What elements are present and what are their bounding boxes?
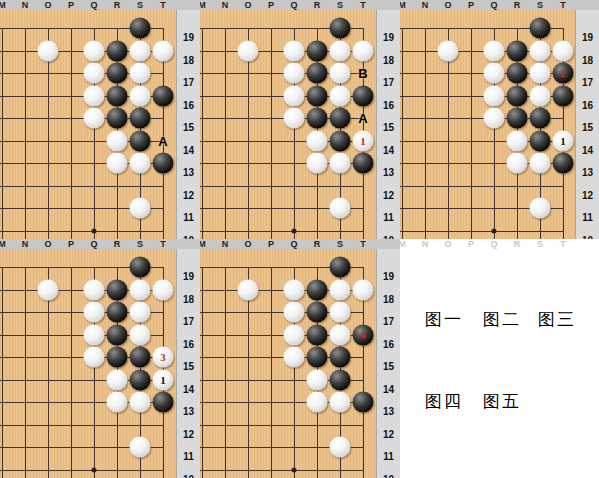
stone-white-S17 bbox=[330, 63, 351, 84]
row-label-18: 18 bbox=[177, 295, 200, 305]
row-label-16: 16 bbox=[377, 340, 400, 350]
ghost-col-label-T: T bbox=[560, 239, 566, 249]
stone-black-R15 bbox=[107, 347, 128, 368]
label-A-T15: A bbox=[358, 112, 367, 125]
grid-vline-M bbox=[202, 267, 203, 478]
grid-vline-P bbox=[71, 28, 72, 239]
stone-black-T16-move-4: 4 bbox=[353, 324, 374, 345]
col-label-S: S bbox=[137, 0, 143, 10]
stone-black-S15 bbox=[330, 347, 351, 368]
stone-white-S11 bbox=[530, 198, 551, 219]
stone-white-Q17 bbox=[84, 63, 105, 84]
move-number-4: 4 bbox=[360, 329, 366, 340]
col-label-R: R bbox=[114, 239, 121, 249]
stone-white-S16 bbox=[330, 85, 351, 106]
stone-black-T16 bbox=[553, 85, 574, 106]
ghost-column-labels: MNOPQRST bbox=[400, 239, 599, 249]
stone-white-S18 bbox=[330, 279, 351, 300]
row-label-12: 12 bbox=[377, 430, 400, 440]
col-label-O: O bbox=[444, 0, 451, 10]
col-label-R: R bbox=[514, 0, 521, 10]
stone-white-S18 bbox=[130, 40, 151, 61]
grid-vline-P bbox=[471, 28, 472, 239]
row-label-16: 16 bbox=[177, 340, 200, 350]
col-label-M: M bbox=[200, 0, 206, 10]
col-label-O: O bbox=[44, 239, 51, 249]
stone-black-S14 bbox=[330, 369, 351, 390]
col-label-N: N bbox=[422, 0, 429, 10]
row-label-13: 13 bbox=[177, 168, 200, 178]
stone-white-Q18 bbox=[484, 40, 505, 61]
stone-white-R14 bbox=[307, 369, 328, 390]
stone-white-R13 bbox=[507, 153, 528, 174]
col-label-T: T bbox=[360, 0, 366, 10]
stone-black-T13 bbox=[553, 153, 574, 174]
stone-black-T13 bbox=[153, 153, 174, 174]
stone-black-R18 bbox=[307, 40, 328, 61]
stone-black-S19 bbox=[330, 257, 351, 278]
diagram-3: MNOPQRST1918171615141312111012 bbox=[400, 0, 599, 239]
stone-white-T18 bbox=[153, 40, 174, 61]
stone-black-S19 bbox=[530, 18, 551, 39]
row-label-19: 19 bbox=[576, 33, 599, 43]
stone-black-S15 bbox=[130, 108, 151, 129]
stone-white-R14 bbox=[107, 130, 128, 151]
col-label-P: P bbox=[468, 0, 474, 10]
caption-diagram-1: 图一 bbox=[425, 311, 463, 329]
stone-black-T13 bbox=[153, 392, 174, 413]
col-label-O: O bbox=[44, 0, 51, 10]
col-label-Q: Q bbox=[290, 239, 297, 249]
stone-white-S18 bbox=[330, 40, 351, 61]
stone-black-R16 bbox=[107, 324, 128, 345]
stone-white-R13 bbox=[107, 392, 128, 413]
stone-black-T16 bbox=[153, 85, 174, 106]
stone-white-S17 bbox=[530, 63, 551, 84]
stone-black-R18 bbox=[107, 279, 128, 300]
row-label-15: 15 bbox=[177, 123, 200, 133]
stone-black-T16 bbox=[353, 85, 374, 106]
row-label-18: 18 bbox=[177, 56, 200, 66]
stone-white-S11 bbox=[330, 198, 351, 219]
row-label-19: 19 bbox=[177, 272, 200, 282]
caption-diagram-4: 图四 bbox=[425, 393, 463, 411]
captions-panel: MNOPQRST 图一 图二 图三 图四 图五 bbox=[400, 239, 599, 478]
col-label-O: O bbox=[244, 0, 251, 10]
stone-white-Q18 bbox=[284, 279, 305, 300]
col-label-T: T bbox=[160, 0, 166, 10]
row-label-10: 10 bbox=[177, 475, 200, 478]
col-label-Q: Q bbox=[90, 0, 97, 10]
stone-white-T18 bbox=[353, 279, 374, 300]
col-label-S: S bbox=[537, 0, 543, 10]
stone-white-R13 bbox=[107, 153, 128, 174]
stone-black-S14 bbox=[130, 369, 151, 390]
row-label-19: 19 bbox=[377, 33, 400, 43]
row-label-17: 17 bbox=[177, 317, 200, 327]
stone-white-O18 bbox=[38, 279, 59, 300]
stone-black-R15 bbox=[507, 108, 528, 129]
label-B-T17: B bbox=[358, 67, 367, 80]
row-label-10: 10 bbox=[576, 236, 599, 240]
col-label-M: M bbox=[400, 0, 406, 10]
stone-black-S15 bbox=[530, 108, 551, 129]
stone-black-S14 bbox=[130, 130, 151, 151]
star-point-Q10 bbox=[492, 228, 497, 233]
stone-white-T14-move-1: 1 bbox=[353, 130, 374, 151]
grid-vline-P bbox=[271, 28, 272, 239]
stone-white-R14 bbox=[307, 130, 328, 151]
star-point-Q10 bbox=[92, 467, 97, 472]
row-label-14: 14 bbox=[576, 146, 599, 156]
col-label-S: S bbox=[137, 239, 143, 249]
row-label-14: 14 bbox=[377, 385, 400, 395]
stone-black-S14 bbox=[330, 130, 351, 151]
stone-black-S15 bbox=[330, 108, 351, 129]
row-label-15: 15 bbox=[377, 362, 400, 372]
stone-black-T13 bbox=[353, 392, 374, 413]
move-number-3: 3 bbox=[160, 352, 166, 363]
stone-black-T13 bbox=[353, 153, 374, 174]
grid-vline-M bbox=[202, 28, 203, 239]
stone-black-R15 bbox=[307, 347, 328, 368]
row-numbers-diagram-3: 19181716151413121110 bbox=[575, 10, 599, 239]
stone-black-R16 bbox=[507, 85, 528, 106]
stone-black-R18 bbox=[507, 40, 528, 61]
row-numbers-diagram-4: 19181716151413121110 bbox=[176, 249, 200, 478]
row-label-13: 13 bbox=[576, 168, 599, 178]
stone-white-Q18 bbox=[284, 40, 305, 61]
stone-white-Q18 bbox=[84, 279, 105, 300]
row-label-13: 13 bbox=[377, 168, 400, 178]
row-label-10: 10 bbox=[377, 475, 400, 478]
diagram-4: MNOPQRST1918171615141312111013 bbox=[0, 239, 200, 478]
col-label-T: T bbox=[360, 239, 366, 249]
stone-white-S16 bbox=[530, 85, 551, 106]
col-label-Q: Q bbox=[490, 0, 497, 10]
stone-white-O18 bbox=[238, 279, 259, 300]
stone-black-R16 bbox=[307, 324, 328, 345]
row-label-19: 19 bbox=[377, 272, 400, 282]
ghost-col-label-P: P bbox=[468, 239, 474, 249]
row-numbers-diagram-2: 19181716151413121110 bbox=[376, 10, 400, 239]
stone-white-S13 bbox=[130, 392, 151, 413]
ghost-col-label-O: O bbox=[444, 239, 451, 249]
star-point-Q10 bbox=[92, 228, 97, 233]
row-numbers-diagram-1: 19181716151413121110 bbox=[176, 10, 200, 239]
row-label-14: 14 bbox=[177, 146, 200, 156]
move-number-1: 1 bbox=[560, 135, 566, 146]
stone-black-R17 bbox=[507, 63, 528, 84]
grid-vline-N bbox=[225, 267, 226, 478]
diagram-1: MNOPQRST19181716151413121110A bbox=[0, 0, 200, 239]
col-label-M: M bbox=[200, 239, 206, 249]
ghost-col-label-R: R bbox=[514, 239, 521, 249]
row-label-11: 11 bbox=[177, 452, 200, 462]
stone-white-T18 bbox=[153, 279, 174, 300]
stone-white-Q16 bbox=[84, 324, 105, 345]
stone-black-R17 bbox=[307, 302, 328, 323]
col-label-R: R bbox=[314, 239, 321, 249]
col-label-M: M bbox=[0, 239, 6, 249]
stone-white-T14-move-1: 1 bbox=[153, 369, 174, 390]
move-number-2: 2 bbox=[560, 68, 566, 79]
star-point-Q10 bbox=[292, 467, 297, 472]
stone-white-S11 bbox=[330, 437, 351, 458]
stone-white-T15-move-3: 3 bbox=[153, 347, 174, 368]
stone-black-R18 bbox=[107, 40, 128, 61]
star-point-Q10 bbox=[292, 228, 297, 233]
row-label-16: 16 bbox=[576, 101, 599, 111]
row-label-12: 12 bbox=[177, 430, 200, 440]
row-label-12: 12 bbox=[576, 191, 599, 201]
label-A-T14: A bbox=[158, 134, 167, 147]
stone-black-R16 bbox=[107, 85, 128, 106]
row-label-18: 18 bbox=[377, 295, 400, 305]
col-label-R: R bbox=[314, 0, 321, 10]
stone-white-Q15 bbox=[284, 108, 305, 129]
stone-white-R13 bbox=[307, 153, 328, 174]
stone-white-R14 bbox=[107, 369, 128, 390]
row-label-18: 18 bbox=[377, 56, 400, 66]
col-label-P: P bbox=[268, 0, 274, 10]
stone-white-Q15 bbox=[284, 347, 305, 368]
stone-white-S16 bbox=[330, 324, 351, 345]
stone-white-O18 bbox=[238, 40, 259, 61]
stone-white-Q17 bbox=[284, 302, 305, 323]
move-number-1: 1 bbox=[160, 374, 166, 385]
column-labels-diagram-1: MNOPQRST bbox=[0, 0, 200, 10]
stone-white-Q16 bbox=[284, 85, 305, 106]
col-label-P: P bbox=[68, 239, 74, 249]
stone-black-R17 bbox=[107, 302, 128, 323]
row-label-13: 13 bbox=[377, 407, 400, 417]
stone-white-Q16 bbox=[484, 85, 505, 106]
row-label-11: 11 bbox=[177, 213, 200, 223]
grid-vline-M bbox=[2, 267, 3, 478]
col-label-N: N bbox=[222, 239, 229, 249]
col-label-T: T bbox=[560, 0, 566, 10]
grid-vline-P bbox=[71, 267, 72, 478]
row-label-18: 18 bbox=[576, 56, 599, 66]
stone-white-S17 bbox=[130, 63, 151, 84]
stone-black-R15 bbox=[107, 108, 128, 129]
stone-black-R15 bbox=[307, 108, 328, 129]
stone-black-S15 bbox=[130, 347, 151, 368]
stone-white-Q17 bbox=[284, 63, 305, 84]
grid-vline-M bbox=[2, 28, 3, 239]
stone-white-S17 bbox=[330, 302, 351, 323]
col-label-S: S bbox=[337, 239, 343, 249]
grid-vline-N bbox=[225, 28, 226, 239]
col-label-M: M bbox=[0, 0, 6, 10]
go-problem-diagrams-page: MNOPQRST 图一 图二 图三 图四 图五 MNOPQRST19181716… bbox=[0, 0, 599, 478]
row-label-19: 19 bbox=[177, 33, 200, 43]
stone-white-Q15 bbox=[84, 347, 105, 368]
col-label-P: P bbox=[268, 239, 274, 249]
stone-white-R14 bbox=[507, 130, 528, 151]
stone-white-Q16 bbox=[84, 85, 105, 106]
stone-white-S13 bbox=[330, 392, 351, 413]
stone-black-R17 bbox=[107, 63, 128, 84]
diagram-2: MNOPQRST191817161514131211101AB bbox=[200, 0, 400, 239]
row-label-11: 11 bbox=[576, 213, 599, 223]
row-label-15: 15 bbox=[177, 362, 200, 372]
col-label-O: O bbox=[244, 239, 251, 249]
caption-diagram-3: 图三 bbox=[538, 311, 576, 329]
stone-white-Q18 bbox=[84, 40, 105, 61]
stone-black-S19 bbox=[330, 18, 351, 39]
row-label-11: 11 bbox=[377, 213, 400, 223]
stone-black-R18 bbox=[307, 279, 328, 300]
grid-vline-M bbox=[402, 28, 403, 239]
row-label-16: 16 bbox=[177, 101, 200, 111]
col-label-P: P bbox=[68, 0, 74, 10]
stone-white-T18 bbox=[353, 40, 374, 61]
ghost-col-label-Q: Q bbox=[490, 239, 497, 249]
row-label-12: 12 bbox=[177, 191, 200, 201]
col-label-R: R bbox=[114, 0, 121, 10]
col-label-Q: Q bbox=[90, 239, 97, 249]
move-number-1: 1 bbox=[360, 135, 366, 146]
stone-white-S16 bbox=[130, 85, 151, 106]
stone-white-S18 bbox=[130, 279, 151, 300]
col-label-T: T bbox=[160, 239, 166, 249]
stone-white-S13 bbox=[530, 153, 551, 174]
stone-white-Q15 bbox=[84, 108, 105, 129]
stone-white-S18 bbox=[530, 40, 551, 61]
column-labels-diagram-4: MNOPQRST bbox=[0, 239, 200, 249]
caption-diagram-2: 图二 bbox=[483, 311, 521, 329]
stone-white-T14-move-1: 1 bbox=[553, 130, 574, 151]
col-label-Q: Q bbox=[290, 0, 297, 10]
row-label-16: 16 bbox=[377, 101, 400, 111]
row-label-14: 14 bbox=[377, 146, 400, 156]
col-label-N: N bbox=[22, 239, 29, 249]
stone-white-O18 bbox=[438, 40, 459, 61]
grid-vline-P bbox=[271, 267, 272, 478]
col-label-N: N bbox=[222, 0, 229, 10]
row-label-17: 17 bbox=[177, 78, 200, 88]
stone-white-S11 bbox=[130, 437, 151, 458]
stone-white-T18 bbox=[553, 40, 574, 61]
column-labels-diagram-5: MNOPQRST bbox=[200, 239, 400, 249]
ghost-col-label-S: S bbox=[537, 239, 543, 249]
grid-vline-N bbox=[25, 28, 26, 239]
grid-vline-N bbox=[425, 28, 426, 239]
stone-white-S17 bbox=[130, 302, 151, 323]
stone-white-S11 bbox=[130, 198, 151, 219]
stone-black-T17-move-2: 2 bbox=[553, 63, 574, 84]
diagram-5: MNOPQRST191817161514131211104 bbox=[200, 239, 400, 478]
row-label-17: 17 bbox=[377, 78, 400, 88]
ghost-col-label-N: N bbox=[422, 239, 429, 249]
row-label-15: 15 bbox=[576, 123, 599, 133]
stone-white-Q16 bbox=[284, 324, 305, 345]
col-label-S: S bbox=[337, 0, 343, 10]
col-label-N: N bbox=[22, 0, 29, 10]
stone-white-O18 bbox=[38, 40, 59, 61]
row-numbers-diagram-5: 19181716151413121110 bbox=[376, 249, 400, 478]
row-label-14: 14 bbox=[177, 385, 200, 395]
stone-black-R17 bbox=[307, 63, 328, 84]
row-label-17: 17 bbox=[377, 317, 400, 327]
column-labels-diagram-3: MNOPQRST bbox=[400, 0, 599, 10]
stone-white-S13 bbox=[130, 153, 151, 174]
row-label-17: 17 bbox=[576, 78, 599, 88]
stone-white-R13 bbox=[307, 392, 328, 413]
grid-vline-N bbox=[25, 267, 26, 478]
row-label-11: 11 bbox=[377, 452, 400, 462]
row-label-15: 15 bbox=[377, 123, 400, 133]
stone-white-Q17 bbox=[84, 302, 105, 323]
stone-black-S14 bbox=[530, 130, 551, 151]
stone-white-S13 bbox=[330, 153, 351, 174]
stone-white-Q15 bbox=[484, 108, 505, 129]
stone-black-R16 bbox=[307, 85, 328, 106]
row-label-13: 13 bbox=[177, 407, 200, 417]
stone-white-S16 bbox=[130, 324, 151, 345]
row-label-12: 12 bbox=[377, 191, 400, 201]
stone-black-S19 bbox=[130, 18, 151, 39]
caption-diagram-5: 图五 bbox=[483, 393, 521, 411]
stone-white-Q17 bbox=[484, 63, 505, 84]
column-labels-diagram-2: MNOPQRST bbox=[200, 0, 400, 10]
stone-black-S19 bbox=[130, 257, 151, 278]
